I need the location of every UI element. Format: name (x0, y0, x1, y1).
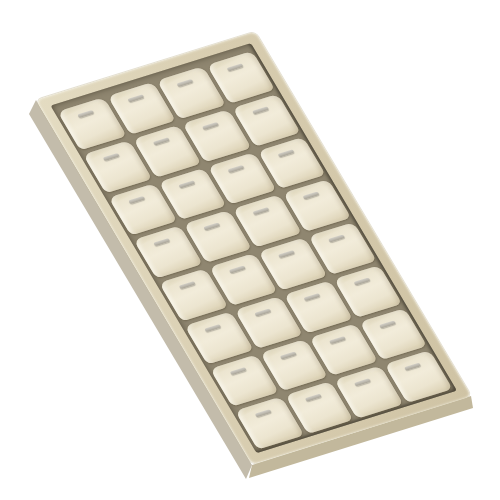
pad-clip-icon (202, 122, 219, 130)
pad-clip-icon (77, 110, 94, 118)
pad-clip-icon (254, 308, 271, 316)
pad-clip-icon (404, 363, 421, 371)
pad-clip-icon (277, 149, 294, 157)
pad-clip-icon (252, 106, 269, 114)
pad-clip-icon (154, 238, 171, 246)
pad-clip-icon (354, 378, 371, 386)
pad-clip-icon (378, 320, 395, 328)
pad-clip-icon (255, 409, 272, 417)
pad-clip-icon (305, 394, 322, 402)
pad-clip-icon (229, 266, 246, 274)
pad-clip-icon (177, 79, 194, 87)
product-photo (0, 0, 500, 500)
pad-clip-icon (278, 250, 295, 258)
pad-clip-icon (226, 63, 243, 71)
pad-clip-icon (227, 164, 244, 172)
pad-clip-icon (253, 207, 270, 215)
pad-clip-icon (353, 277, 370, 285)
pad-clip-icon (152, 137, 169, 145)
pad-clip-icon (204, 324, 221, 332)
pad-clip-icon (128, 195, 145, 203)
pad-clip-icon (127, 94, 144, 102)
pad-clip-icon (303, 293, 320, 301)
pad-clip-icon (103, 153, 120, 161)
pad-clip-icon (203, 223, 220, 231)
pad-clip-icon (179, 281, 196, 289)
pad-clip-icon (279, 351, 296, 359)
pad-clip-icon (178, 180, 195, 188)
pad-clip-icon (230, 367, 247, 375)
pad-clip-icon (302, 192, 319, 200)
pad-clip-icon (329, 336, 346, 344)
pad-clip-icon (328, 235, 345, 243)
